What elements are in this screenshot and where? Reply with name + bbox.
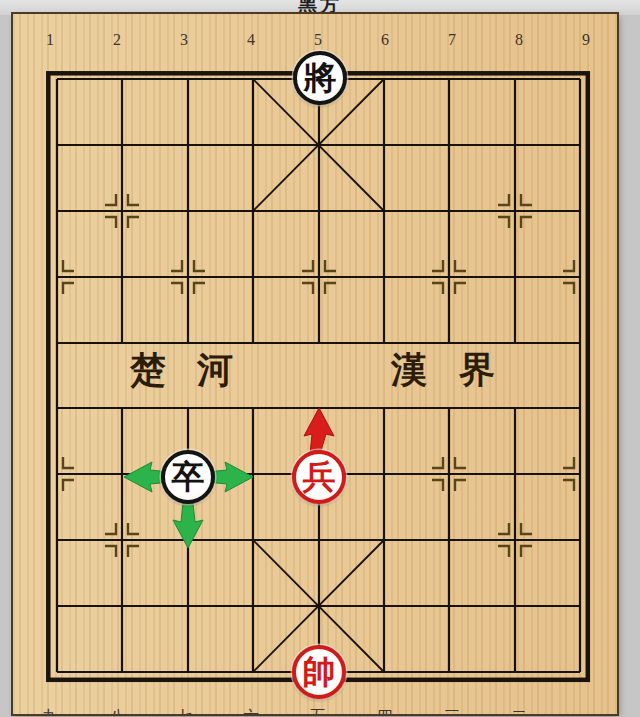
file-label-top-1: 1: [39, 31, 61, 49]
file-label-bottom-4: 四: [374, 707, 396, 714]
file-label-top-8: 8: [508, 31, 530, 49]
piece-glyph: 卒: [172, 461, 205, 494]
file-label-bottom-1: 一: [575, 707, 597, 714]
file-label-bottom-8: 八: [106, 707, 128, 714]
file-label-bottom-2: 二: [508, 707, 530, 714]
file-label-top-3: 3: [173, 31, 195, 49]
file-label-bottom-6: 六: [240, 707, 262, 714]
screenshot-root: 黑方 1 2 3 4 5 6 7 8 9 九 八 七 六 五 四 三 二 一: [0, 0, 640, 717]
arrow-down-green: [173, 503, 203, 548]
river-text-he: 河: [193, 350, 237, 390]
file-label-bottom-9: 九: [39, 707, 61, 714]
piece-black-soldier[interactable]: 卒: [161, 450, 215, 504]
piece-glyph: 帥: [303, 656, 336, 689]
board-title: 黑方: [0, 0, 640, 15]
file-label-bottom-5: 五: [307, 707, 329, 714]
file-label-bottom-3: 三: [441, 707, 463, 714]
board-lines: [13, 14, 617, 714]
file-label-top-4: 4: [240, 31, 262, 49]
file-label-top-5: 5: [307, 31, 329, 49]
piece-red-soldier[interactable]: 兵: [292, 450, 346, 504]
arrow-up-red: [304, 408, 334, 454]
river-text-chu: 楚: [126, 350, 170, 390]
piece-black-general[interactable]: 將: [293, 51, 347, 105]
file-label-top-9: 9: [575, 31, 597, 49]
river-text-jie: 界: [455, 350, 499, 390]
river-text-han: 漢: [387, 350, 431, 390]
piece-glyph: 將: [304, 62, 337, 95]
piece-red-general[interactable]: 帥: [292, 645, 346, 699]
xiangqi-board: 1 2 3 4 5 6 7 8 9 九 八 七 六 五 四 三 二 一: [13, 14, 617, 714]
file-label-bottom-7: 七: [173, 707, 195, 714]
file-label-top-7: 7: [441, 31, 463, 49]
file-label-top-6: 6: [374, 31, 396, 49]
piece-glyph: 兵: [303, 461, 336, 494]
file-label-top-2: 2: [106, 31, 128, 49]
